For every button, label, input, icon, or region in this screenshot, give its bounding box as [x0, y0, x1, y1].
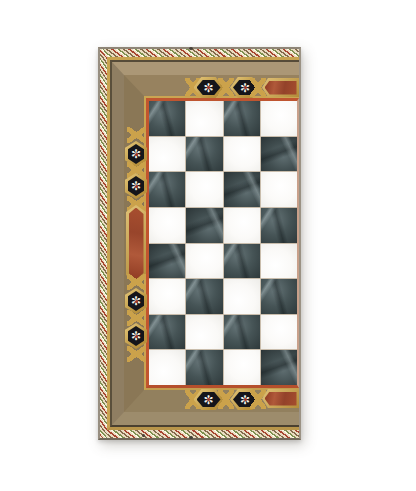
square-r4c4[interactable]	[261, 208, 297, 243]
square-r7c3[interactable]	[224, 315, 260, 350]
board-outer-edge	[98, 47, 301, 440]
square-r6c4[interactable]	[261, 279, 297, 314]
square-r8c1[interactable]	[149, 350, 185, 385]
square-r1c4[interactable]	[261, 101, 297, 136]
square-r5c1[interactable]	[149, 244, 185, 279]
square-r8c2[interactable]	[186, 350, 222, 385]
square-r4c3[interactable]	[224, 208, 260, 243]
dark-line-band	[110, 60, 299, 427]
square-r5c2[interactable]	[186, 244, 222, 279]
inner-red-border-band	[146, 98, 299, 388]
square-r5c4[interactable]	[261, 244, 297, 279]
square-r6c1[interactable]	[149, 279, 185, 314]
checkerboard	[149, 101, 297, 385]
square-r6c2[interactable]	[186, 279, 222, 314]
square-r8c4[interactable]	[261, 350, 297, 385]
square-r3c3[interactable]	[224, 172, 260, 207]
square-r7c1[interactable]	[149, 315, 185, 350]
gold-line-band	[107, 57, 299, 430]
square-r1c2[interactable]	[186, 101, 222, 136]
square-r1c1[interactable]	[149, 101, 185, 136]
square-r2c2[interactable]	[186, 137, 222, 172]
square-r2c3[interactable]	[224, 137, 260, 172]
striped-inlay-band	[100, 49, 299, 438]
square-r4c1[interactable]	[149, 208, 185, 243]
square-r6c3[interactable]	[224, 279, 260, 314]
square-r3c4[interactable]	[261, 172, 297, 207]
inner-gold-line-band	[144, 96, 299, 390]
square-r1c3[interactable]	[224, 101, 260, 136]
mosaic-game-board: ✻ ✻ ✻ ✻	[98, 47, 301, 440]
square-r3c1[interactable]	[149, 172, 185, 207]
square-r2c4[interactable]	[261, 137, 297, 172]
square-r7c2[interactable]	[186, 315, 222, 350]
square-r2c1[interactable]	[149, 137, 185, 172]
square-r7c4[interactable]	[261, 315, 297, 350]
square-r4c2[interactable]	[186, 208, 222, 243]
photo-background: ✻ ✻ ✻ ✻	[0, 0, 416, 491]
square-r5c3[interactable]	[224, 244, 260, 279]
wood-frame-band	[112, 62, 299, 425]
decorated-inlay-band	[124, 75, 299, 412]
square-r8c3[interactable]	[224, 350, 260, 385]
square-r3c2[interactable]	[186, 172, 222, 207]
